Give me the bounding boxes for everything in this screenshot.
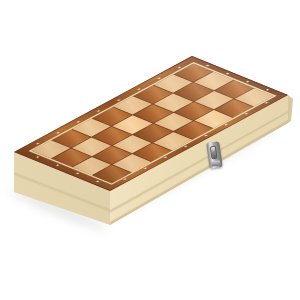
product-photo bbox=[0, 0, 300, 300]
clasp-plate bbox=[211, 160, 221, 166]
clasp-hook bbox=[210, 146, 218, 160]
